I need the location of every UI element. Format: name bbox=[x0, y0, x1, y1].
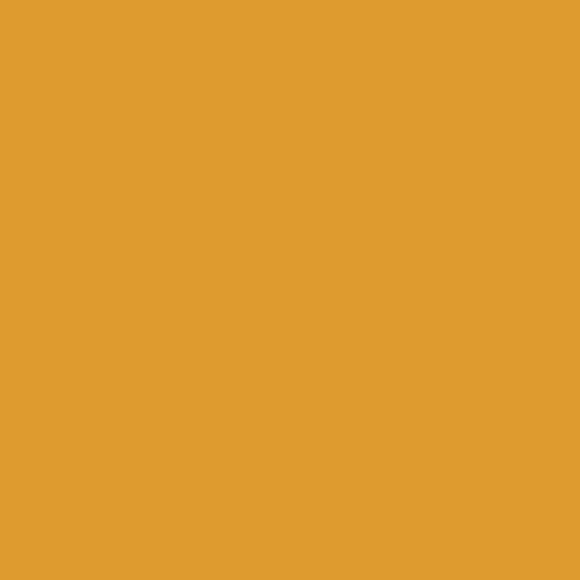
go-board[interactable] bbox=[0, 0, 580, 580]
board-intersections[interactable] bbox=[24, 24, 556, 556]
